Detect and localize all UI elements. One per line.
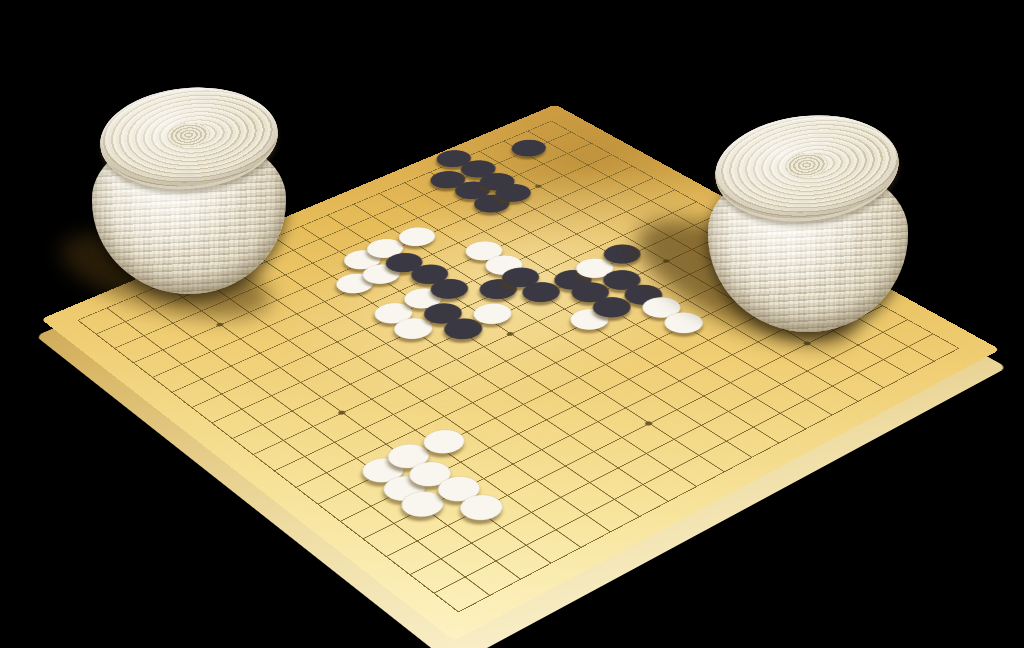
star-point <box>644 420 654 426</box>
right-bowl-lid-spiral <box>784 151 828 179</box>
white-stone[interactable]: ● <box>448 487 509 524</box>
right-stone-bowl <box>708 112 908 332</box>
go-scene: Angled overhead photo of a mid-game posi… <box>0 0 1024 648</box>
left-stone-bowl <box>92 86 286 294</box>
star-point <box>337 410 347 416</box>
left-bowl-lid-spiral <box>167 121 211 149</box>
star-point <box>505 331 515 336</box>
black-stone[interactable]: ● <box>501 134 551 159</box>
star-point <box>534 184 543 189</box>
star-point <box>215 322 225 327</box>
